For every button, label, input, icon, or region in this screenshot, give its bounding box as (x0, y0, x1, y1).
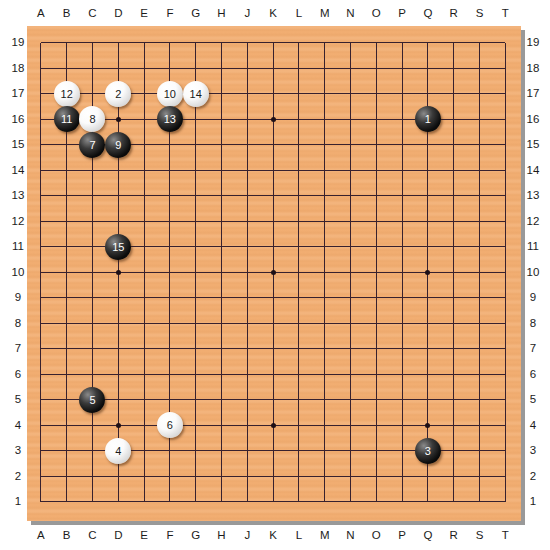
intersection-F10[interactable] (157, 260, 183, 286)
intersection-E14[interactable] (131, 158, 157, 184)
intersection-P13[interactable] (389, 183, 415, 209)
intersection-L15[interactable] (286, 132, 312, 158)
intersection-N17[interactable] (338, 81, 364, 107)
intersection-L7[interactable] (286, 336, 312, 362)
intersection-A12[interactable] (28, 209, 54, 235)
intersection-H9[interactable] (209, 285, 235, 311)
intersection-F9[interactable] (157, 285, 183, 311)
intersection-N3[interactable] (338, 438, 364, 464)
intersection-G10[interactable] (183, 260, 209, 286)
intersection-P10[interactable] (389, 260, 415, 286)
intersection-J15[interactable] (234, 132, 260, 158)
intersection-P4[interactable] (389, 413, 415, 439)
intersection-D7[interactable] (105, 336, 131, 362)
intersection-J1[interactable] (234, 489, 260, 515)
intersection-H4[interactable] (209, 413, 235, 439)
intersection-N1[interactable] (338, 489, 364, 515)
intersection-Q16[interactable]: 1 (415, 107, 441, 133)
intersection-L14[interactable] (286, 158, 312, 184)
intersection-E3[interactable] (131, 438, 157, 464)
intersection-L16[interactable] (286, 107, 312, 133)
intersection-G15[interactable] (183, 132, 209, 158)
intersection-S10[interactable] (467, 260, 493, 286)
intersection-A10[interactable] (28, 260, 54, 286)
intersection-O17[interactable] (363, 81, 389, 107)
intersection-B10[interactable] (54, 260, 80, 286)
intersection-N4[interactable] (338, 413, 364, 439)
intersection-Q4[interactable] (415, 413, 441, 439)
intersection-E9[interactable] (131, 285, 157, 311)
intersection-A18[interactable] (28, 56, 54, 82)
intersection-K10[interactable] (260, 260, 286, 286)
intersection-M12[interactable] (312, 209, 338, 235)
intersection-J19[interactable] (234, 30, 260, 56)
intersection-G18[interactable] (183, 56, 209, 82)
intersection-N9[interactable] (338, 285, 364, 311)
intersection-T19[interactable] (492, 30, 518, 56)
intersection-F18[interactable] (157, 56, 183, 82)
intersection-S7[interactable] (467, 336, 493, 362)
intersection-F1[interactable] (157, 489, 183, 515)
intersection-T9[interactable] (492, 285, 518, 311)
intersection-C13[interactable] (80, 183, 106, 209)
intersection-N2[interactable] (338, 464, 364, 490)
intersection-O9[interactable] (363, 285, 389, 311)
intersection-G5[interactable] (183, 387, 209, 413)
intersection-C12[interactable] (80, 209, 106, 235)
intersection-D3[interactable]: 4 (105, 438, 131, 464)
intersection-O14[interactable] (363, 158, 389, 184)
intersection-T3[interactable] (492, 438, 518, 464)
intersection-L11[interactable] (286, 234, 312, 260)
intersection-H13[interactable] (209, 183, 235, 209)
intersection-O3[interactable] (363, 438, 389, 464)
intersection-R10[interactable] (441, 260, 467, 286)
intersection-L19[interactable] (286, 30, 312, 56)
intersection-H17[interactable] (209, 81, 235, 107)
intersection-C17[interactable] (80, 81, 106, 107)
intersection-M19[interactable] (312, 30, 338, 56)
intersection-R14[interactable] (441, 158, 467, 184)
intersection-G1[interactable] (183, 489, 209, 515)
intersection-K14[interactable] (260, 158, 286, 184)
intersection-O12[interactable] (363, 209, 389, 235)
intersection-R17[interactable] (441, 81, 467, 107)
intersection-A4[interactable] (28, 413, 54, 439)
intersection-T14[interactable] (492, 158, 518, 184)
intersection-C9[interactable] (80, 285, 106, 311)
intersection-E16[interactable] (131, 107, 157, 133)
intersection-L4[interactable] (286, 413, 312, 439)
intersection-B14[interactable] (54, 158, 80, 184)
intersection-T17[interactable] (492, 81, 518, 107)
intersection-G14[interactable] (183, 158, 209, 184)
intersection-K4[interactable] (260, 413, 286, 439)
intersection-J6[interactable] (234, 362, 260, 388)
intersection-C7[interactable] (80, 336, 106, 362)
intersection-J10[interactable] (234, 260, 260, 286)
intersection-E10[interactable] (131, 260, 157, 286)
intersection-O1[interactable] (363, 489, 389, 515)
intersection-B4[interactable] (54, 413, 80, 439)
intersection-R6[interactable] (441, 362, 467, 388)
intersection-J5[interactable] (234, 387, 260, 413)
intersection-S2[interactable] (467, 464, 493, 490)
intersection-P3[interactable] (389, 438, 415, 464)
intersection-R2[interactable] (441, 464, 467, 490)
intersection-H1[interactable] (209, 489, 235, 515)
intersection-F13[interactable] (157, 183, 183, 209)
intersection-E15[interactable] (131, 132, 157, 158)
intersection-H10[interactable] (209, 260, 235, 286)
intersection-A9[interactable] (28, 285, 54, 311)
intersection-T8[interactable] (492, 311, 518, 337)
intersection-F7[interactable] (157, 336, 183, 362)
intersection-M15[interactable] (312, 132, 338, 158)
intersection-D19[interactable] (105, 30, 131, 56)
intersection-D17[interactable]: 2 (105, 81, 131, 107)
intersection-H3[interactable] (209, 438, 235, 464)
intersection-B7[interactable] (54, 336, 80, 362)
intersection-S15[interactable] (467, 132, 493, 158)
intersection-O16[interactable] (363, 107, 389, 133)
intersection-D1[interactable] (105, 489, 131, 515)
intersection-S11[interactable] (467, 234, 493, 260)
intersection-L2[interactable] (286, 464, 312, 490)
intersection-E7[interactable] (131, 336, 157, 362)
intersection-B18[interactable] (54, 56, 80, 82)
intersection-H14[interactable] (209, 158, 235, 184)
intersection-Q13[interactable] (415, 183, 441, 209)
intersection-E1[interactable] (131, 489, 157, 515)
intersection-E4[interactable] (131, 413, 157, 439)
intersection-J3[interactable] (234, 438, 260, 464)
intersection-T15[interactable] (492, 132, 518, 158)
intersection-M6[interactable] (312, 362, 338, 388)
intersection-K1[interactable] (260, 489, 286, 515)
intersection-C2[interactable] (80, 464, 106, 490)
intersection-H7[interactable] (209, 336, 235, 362)
intersection-N10[interactable] (338, 260, 364, 286)
intersection-K17[interactable] (260, 81, 286, 107)
intersection-O5[interactable] (363, 387, 389, 413)
intersection-E8[interactable] (131, 311, 157, 337)
intersection-N18[interactable] (338, 56, 364, 82)
intersection-B8[interactable] (54, 311, 80, 337)
intersection-L17[interactable] (286, 81, 312, 107)
intersection-M8[interactable] (312, 311, 338, 337)
intersection-F4[interactable]: 6 (157, 413, 183, 439)
intersection-A15[interactable] (28, 132, 54, 158)
intersection-D6[interactable] (105, 362, 131, 388)
intersection-G8[interactable] (183, 311, 209, 337)
intersection-T10[interactable] (492, 260, 518, 286)
intersection-O2[interactable] (363, 464, 389, 490)
intersection-Q8[interactable] (415, 311, 441, 337)
intersection-Q1[interactable] (415, 489, 441, 515)
intersection-P11[interactable] (389, 234, 415, 260)
intersection-M16[interactable] (312, 107, 338, 133)
intersection-A11[interactable] (28, 234, 54, 260)
intersection-F5[interactable] (157, 387, 183, 413)
intersection-N6[interactable] (338, 362, 364, 388)
intersection-S4[interactable] (467, 413, 493, 439)
intersection-G16[interactable] (183, 107, 209, 133)
intersection-B12[interactable] (54, 209, 80, 235)
intersection-E13[interactable] (131, 183, 157, 209)
intersection-B5[interactable] (54, 387, 80, 413)
intersection-Q3[interactable]: 3 (415, 438, 441, 464)
intersection-J14[interactable] (234, 158, 260, 184)
intersection-G4[interactable] (183, 413, 209, 439)
intersection-K15[interactable] (260, 132, 286, 158)
intersection-L1[interactable] (286, 489, 312, 515)
intersection-N12[interactable] (338, 209, 364, 235)
intersection-D2[interactable] (105, 464, 131, 490)
intersection-K6[interactable] (260, 362, 286, 388)
intersection-B15[interactable] (54, 132, 80, 158)
intersection-T11[interactable] (492, 234, 518, 260)
intersection-F2[interactable] (157, 464, 183, 490)
intersection-G11[interactable] (183, 234, 209, 260)
intersection-H16[interactable] (209, 107, 235, 133)
intersection-L13[interactable] (286, 183, 312, 209)
intersection-M7[interactable] (312, 336, 338, 362)
intersection-E19[interactable] (131, 30, 157, 56)
intersection-S12[interactable] (467, 209, 493, 235)
intersection-T6[interactable] (492, 362, 518, 388)
intersection-J16[interactable] (234, 107, 260, 133)
intersection-D14[interactable] (105, 158, 131, 184)
intersection-S6[interactable] (467, 362, 493, 388)
intersection-Q11[interactable] (415, 234, 441, 260)
intersection-C16[interactable]: 8 (80, 107, 106, 133)
intersection-O13[interactable] (363, 183, 389, 209)
intersection-F19[interactable] (157, 30, 183, 56)
intersection-Q17[interactable] (415, 81, 441, 107)
intersection-S16[interactable] (467, 107, 493, 133)
intersection-N13[interactable] (338, 183, 364, 209)
intersection-P8[interactable] (389, 311, 415, 337)
intersection-O15[interactable] (363, 132, 389, 158)
intersection-E11[interactable] (131, 234, 157, 260)
intersection-L5[interactable] (286, 387, 312, 413)
intersection-T16[interactable] (492, 107, 518, 133)
intersection-G13[interactable] (183, 183, 209, 209)
intersection-R13[interactable] (441, 183, 467, 209)
intersection-R19[interactable] (441, 30, 467, 56)
intersection-B2[interactable] (54, 464, 80, 490)
intersection-O7[interactable] (363, 336, 389, 362)
intersection-J8[interactable] (234, 311, 260, 337)
intersection-G6[interactable] (183, 362, 209, 388)
intersection-F12[interactable] (157, 209, 183, 235)
intersection-M18[interactable] (312, 56, 338, 82)
intersection-K18[interactable] (260, 56, 286, 82)
intersection-Q10[interactable] (415, 260, 441, 286)
intersection-A7[interactable] (28, 336, 54, 362)
intersection-Q14[interactable] (415, 158, 441, 184)
intersection-A16[interactable] (28, 107, 54, 133)
intersection-P14[interactable] (389, 158, 415, 184)
intersection-O4[interactable] (363, 413, 389, 439)
intersection-L10[interactable] (286, 260, 312, 286)
intersection-B6[interactable] (54, 362, 80, 388)
intersection-F14[interactable] (157, 158, 183, 184)
intersection-J11[interactable] (234, 234, 260, 260)
intersection-K9[interactable] (260, 285, 286, 311)
intersection-R11[interactable] (441, 234, 467, 260)
intersection-J4[interactable] (234, 413, 260, 439)
intersection-C5[interactable]: 5 (80, 387, 106, 413)
intersection-E6[interactable] (131, 362, 157, 388)
intersection-J7[interactable] (234, 336, 260, 362)
intersection-A2[interactable] (28, 464, 54, 490)
intersection-D12[interactable] (105, 209, 131, 235)
intersection-H2[interactable] (209, 464, 235, 490)
intersection-B9[interactable] (54, 285, 80, 311)
intersection-N11[interactable] (338, 234, 364, 260)
intersection-A13[interactable] (28, 183, 54, 209)
intersection-H11[interactable] (209, 234, 235, 260)
intersection-K7[interactable] (260, 336, 286, 362)
intersection-Q9[interactable] (415, 285, 441, 311)
intersection-C10[interactable] (80, 260, 106, 286)
intersection-H5[interactable] (209, 387, 235, 413)
intersection-M14[interactable] (312, 158, 338, 184)
intersection-F8[interactable] (157, 311, 183, 337)
intersection-D9[interactable] (105, 285, 131, 311)
intersection-O19[interactable] (363, 30, 389, 56)
intersection-F3[interactable] (157, 438, 183, 464)
intersection-C18[interactable] (80, 56, 106, 82)
intersection-R8[interactable] (441, 311, 467, 337)
intersection-E5[interactable] (131, 387, 157, 413)
intersection-O6[interactable] (363, 362, 389, 388)
intersection-L6[interactable] (286, 362, 312, 388)
intersection-M3[interactable] (312, 438, 338, 464)
intersection-P5[interactable] (389, 387, 415, 413)
intersection-H8[interactable] (209, 311, 235, 337)
intersection-J9[interactable] (234, 285, 260, 311)
intersection-C6[interactable] (80, 362, 106, 388)
intersection-M4[interactable] (312, 413, 338, 439)
intersection-P19[interactable] (389, 30, 415, 56)
intersection-L8[interactable] (286, 311, 312, 337)
intersection-P18[interactable] (389, 56, 415, 82)
intersection-L18[interactable] (286, 56, 312, 82)
intersection-E2[interactable] (131, 464, 157, 490)
intersection-L9[interactable] (286, 285, 312, 311)
intersection-R4[interactable] (441, 413, 467, 439)
intersection-C11[interactable] (80, 234, 106, 260)
intersection-A17[interactable] (28, 81, 54, 107)
intersection-A5[interactable] (28, 387, 54, 413)
intersection-G17[interactable]: 14 (183, 81, 209, 107)
intersection-A19[interactable] (28, 30, 54, 56)
intersection-C1[interactable] (80, 489, 106, 515)
intersection-K3[interactable] (260, 438, 286, 464)
intersection-J12[interactable] (234, 209, 260, 235)
intersection-P7[interactable] (389, 336, 415, 362)
intersection-J18[interactable] (234, 56, 260, 82)
intersection-S17[interactable] (467, 81, 493, 107)
intersection-B3[interactable] (54, 438, 80, 464)
intersection-A8[interactable] (28, 311, 54, 337)
intersection-H6[interactable] (209, 362, 235, 388)
intersection-C19[interactable] (80, 30, 106, 56)
intersection-O10[interactable] (363, 260, 389, 286)
intersection-C14[interactable] (80, 158, 106, 184)
intersection-F11[interactable] (157, 234, 183, 260)
intersection-S9[interactable] (467, 285, 493, 311)
intersection-J2[interactable] (234, 464, 260, 490)
intersection-B13[interactable] (54, 183, 80, 209)
intersection-Q6[interactable] (415, 362, 441, 388)
intersection-R15[interactable] (441, 132, 467, 158)
intersection-A6[interactable] (28, 362, 54, 388)
intersection-R5[interactable] (441, 387, 467, 413)
intersection-N7[interactable] (338, 336, 364, 362)
intersection-H12[interactable] (209, 209, 235, 235)
intersection-T1[interactable] (492, 489, 518, 515)
intersection-K11[interactable] (260, 234, 286, 260)
intersection-N16[interactable] (338, 107, 364, 133)
intersection-R9[interactable] (441, 285, 467, 311)
intersection-Q2[interactable] (415, 464, 441, 490)
intersection-D5[interactable] (105, 387, 131, 413)
intersection-N5[interactable] (338, 387, 364, 413)
intersection-S18[interactable] (467, 56, 493, 82)
intersection-K16[interactable] (260, 107, 286, 133)
intersection-Q12[interactable] (415, 209, 441, 235)
intersection-A1[interactable] (28, 489, 54, 515)
intersection-K2[interactable] (260, 464, 286, 490)
intersection-T2[interactable] (492, 464, 518, 490)
intersection-P17[interactable] (389, 81, 415, 107)
intersection-T12[interactable] (492, 209, 518, 235)
intersection-T4[interactable] (492, 413, 518, 439)
intersection-S19[interactable] (467, 30, 493, 56)
intersection-P9[interactable] (389, 285, 415, 311)
intersection-N15[interactable] (338, 132, 364, 158)
intersection-H19[interactable] (209, 30, 235, 56)
intersection-B16[interactable]: 11 (54, 107, 80, 133)
intersection-S3[interactable] (467, 438, 493, 464)
intersection-S1[interactable] (467, 489, 493, 515)
intersection-L12[interactable] (286, 209, 312, 235)
intersection-P6[interactable] (389, 362, 415, 388)
intersection-G9[interactable] (183, 285, 209, 311)
intersection-T5[interactable] (492, 387, 518, 413)
intersection-T7[interactable] (492, 336, 518, 362)
intersection-J13[interactable] (234, 183, 260, 209)
intersection-S5[interactable] (467, 387, 493, 413)
intersection-D11[interactable]: 15 (105, 234, 131, 260)
intersection-S13[interactable] (467, 183, 493, 209)
intersection-P15[interactable] (389, 132, 415, 158)
intersection-D16[interactable] (105, 107, 131, 133)
intersection-H18[interactable] (209, 56, 235, 82)
intersection-B1[interactable] (54, 489, 80, 515)
intersection-P1[interactable] (389, 489, 415, 515)
intersection-F6[interactable] (157, 362, 183, 388)
intersection-E12[interactable] (131, 209, 157, 235)
intersection-R3[interactable] (441, 438, 467, 464)
intersection-M2[interactable] (312, 464, 338, 490)
intersection-Q15[interactable] (415, 132, 441, 158)
intersection-N19[interactable] (338, 30, 364, 56)
